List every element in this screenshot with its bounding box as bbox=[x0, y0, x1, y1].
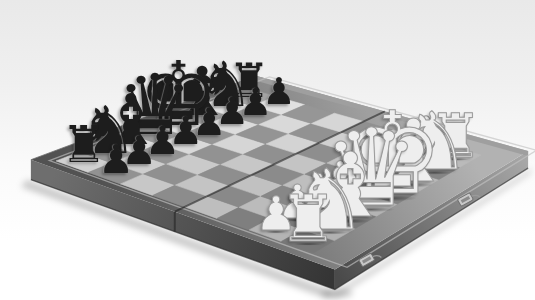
pieces-layer: ♜♞♝♛♚♝♞♜♟♟♟♟♟♟♟♟♟♟♟♟♟♟♟♟♜♞♝♛♚♝♞♜ bbox=[0, 0, 535, 300]
chess-photo-scene: ♜♞♝♛♚♝♞♜♟♟♟♟♟♟♟♟♟♟♟♟♟♟♟♟♜♞♝♛♚♝♞♜ bbox=[0, 0, 535, 300]
piece-black-pawn[interactable]: ♟ bbox=[98, 140, 134, 180]
piece-white-rook[interactable]: ♜ bbox=[279, 187, 337, 252]
